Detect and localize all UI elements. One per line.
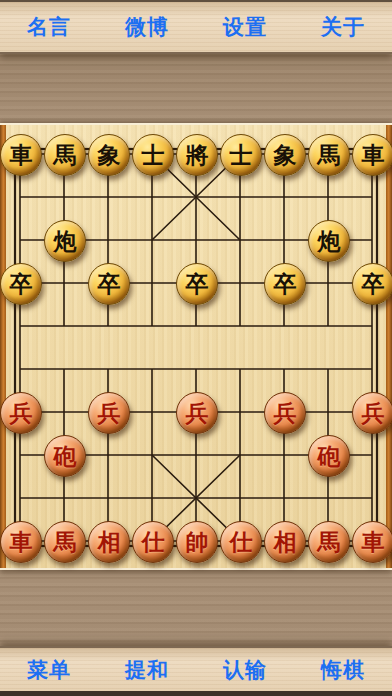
piece-red-soldier[interactable]: 兵: [176, 392, 218, 434]
piece-glyph: 兵: [274, 402, 297, 425]
piece-glyph: 炮: [318, 230, 341, 253]
piece-red-soldier[interactable]: 兵: [352, 392, 392, 434]
xiangqi-board[interactable]: 車馬象士將士象馬車炮炮卒卒卒卒卒兵兵兵兵兵砲砲車馬相仕帥仕相馬車: [0, 123, 392, 570]
piece-red-horse[interactable]: 馬: [308, 521, 350, 563]
resign-button[interactable]: 认输: [196, 656, 294, 684]
piece-glyph: 炮: [54, 230, 77, 253]
piece-glyph: 相: [98, 531, 121, 554]
piece-glyph: 卒: [186, 273, 209, 296]
piece-glyph: 兵: [10, 402, 33, 425]
piece-red-advisor[interactable]: 仕: [220, 521, 262, 563]
piece-black-elephant[interactable]: 象: [88, 134, 130, 176]
settings-button[interactable]: 设置: [196, 13, 294, 41]
piece-glyph: 相: [274, 531, 297, 554]
piece-red-chariot[interactable]: 車: [0, 521, 42, 563]
piece-black-general[interactable]: 將: [176, 134, 218, 176]
about-button[interactable]: 关于: [294, 13, 392, 41]
piece-black-chariot[interactable]: 車: [0, 134, 42, 176]
piece-glyph: 象: [274, 144, 297, 167]
piece-black-soldier[interactable]: 卒: [88, 263, 130, 305]
piece-red-soldier[interactable]: 兵: [0, 392, 42, 434]
piece-glyph: 車: [10, 531, 33, 554]
piece-red-soldier[interactable]: 兵: [88, 392, 130, 434]
piece-black-cannon[interactable]: 炮: [44, 220, 86, 262]
piece-glyph: 車: [362, 144, 385, 167]
piece-black-advisor[interactable]: 士: [220, 134, 262, 176]
piece-red-cannon[interactable]: 砲: [308, 435, 350, 477]
piece-black-cannon[interactable]: 炮: [308, 220, 350, 262]
piece-glyph: 馬: [54, 531, 77, 554]
piece-glyph: 將: [186, 144, 209, 167]
piece-black-soldier[interactable]: 卒: [352, 263, 392, 305]
piece-glyph: 兵: [362, 402, 385, 425]
piece-glyph: 仕: [142, 531, 165, 554]
bottom-toolbar: 菜单 提和 认输 悔棋: [0, 646, 392, 696]
piece-red-soldier[interactable]: 兵: [264, 392, 306, 434]
piece-black-soldier[interactable]: 卒: [0, 263, 42, 305]
piece-glyph: 象: [98, 144, 121, 167]
piece-red-horse[interactable]: 馬: [44, 521, 86, 563]
piece-black-advisor[interactable]: 士: [132, 134, 174, 176]
piece-glyph: 卒: [362, 273, 385, 296]
piece-glyph: 兵: [98, 402, 121, 425]
menu-button[interactable]: 菜单: [0, 656, 98, 684]
piece-glyph: 馬: [318, 144, 341, 167]
pieces-layer: 車馬象士將士象馬車炮炮卒卒卒卒卒兵兵兵兵兵砲砲車馬相仕帥仕相馬車: [0, 125, 392, 568]
piece-black-soldier[interactable]: 卒: [264, 263, 306, 305]
piece-glyph: 車: [10, 144, 33, 167]
piece-black-horse[interactable]: 馬: [44, 134, 86, 176]
piece-glyph: 卒: [98, 273, 121, 296]
piece-black-soldier[interactable]: 卒: [176, 263, 218, 305]
app-screen: 名言 微博 设置 关于 車馬象士將士象馬車炮炮卒卒卒卒卒兵兵兵兵兵砲砲車馬相仕帥…: [0, 0, 392, 696]
piece-red-elephant[interactable]: 相: [88, 521, 130, 563]
piece-black-chariot[interactable]: 車: [352, 134, 392, 176]
piece-glyph: 士: [230, 144, 253, 167]
famous-quotes-button[interactable]: 名言: [0, 13, 98, 41]
piece-glyph: 馬: [318, 531, 341, 554]
piece-red-general[interactable]: 帥: [176, 521, 218, 563]
piece-glyph: 砲: [54, 445, 77, 468]
piece-red-cannon[interactable]: 砲: [44, 435, 86, 477]
piece-glyph: 卒: [10, 273, 33, 296]
piece-glyph: 車: [362, 531, 385, 554]
piece-red-elephant[interactable]: 相: [264, 521, 306, 563]
weibo-button[interactable]: 微博: [98, 13, 196, 41]
piece-glyph: 帥: [186, 531, 209, 554]
piece-glyph: 卒: [274, 273, 297, 296]
top-toolbar: 名言 微博 设置 关于: [0, 0, 392, 54]
piece-glyph: 兵: [186, 402, 209, 425]
piece-glyph: 馬: [54, 144, 77, 167]
piece-glyph: 仕: [230, 531, 253, 554]
undo-move-button[interactable]: 悔棋: [294, 656, 392, 684]
piece-red-advisor[interactable]: 仕: [132, 521, 174, 563]
piece-black-horse[interactable]: 馬: [308, 134, 350, 176]
piece-glyph: 砲: [318, 445, 341, 468]
piece-glyph: 士: [142, 144, 165, 167]
piece-black-elephant[interactable]: 象: [264, 134, 306, 176]
piece-red-chariot[interactable]: 車: [352, 521, 392, 563]
offer-draw-button[interactable]: 提和: [98, 656, 196, 684]
